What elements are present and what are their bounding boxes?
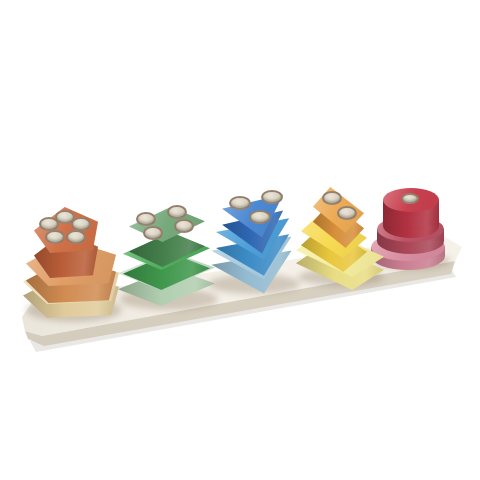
pentagon-stack-peg — [66, 230, 86, 244]
pentagon-stack-peg — [45, 230, 65, 244]
pentagon-stack — [0, 0, 480, 480]
scene — [0, 0, 480, 480]
pentagon-stack-peg — [71, 217, 91, 231]
shape-stacks — [0, 0, 480, 480]
pentagon-stack-peg — [39, 217, 59, 231]
